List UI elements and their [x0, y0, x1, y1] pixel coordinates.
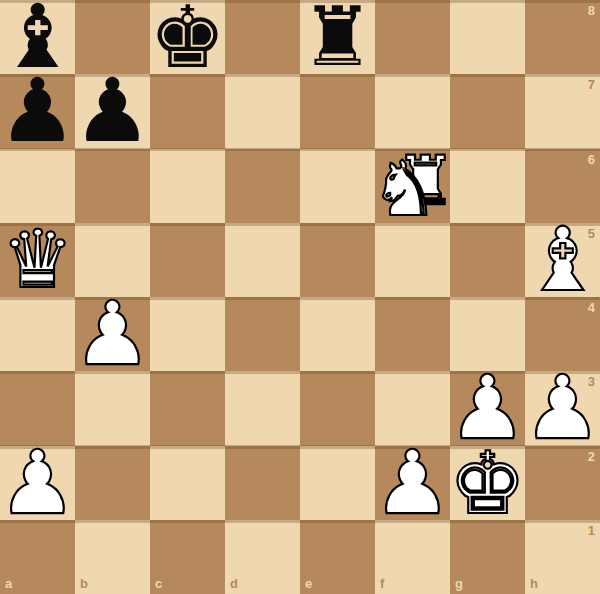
file-label-d: d	[230, 577, 238, 590]
file-label-c: c	[155, 577, 162, 590]
square-f5[interactable]	[375, 223, 450, 297]
white-pawn-piece[interactable]: ♟	[525, 371, 600, 445]
square-c5[interactable]	[150, 223, 225, 297]
square-h8[interactable]: 8	[525, 0, 600, 74]
square-b7[interactable]: ♟	[75, 74, 150, 148]
square-e7[interactable]	[300, 74, 375, 148]
square-f8[interactable]	[375, 0, 450, 74]
square-e4[interactable]	[300, 297, 375, 371]
square-h3[interactable]: 3♟	[525, 371, 600, 445]
rank-label-2: 2	[588, 450, 595, 463]
rank-label-6: 6	[588, 153, 595, 166]
square-c1[interactable]: c	[150, 520, 225, 594]
square-f6[interactable]: ♜♞	[375, 149, 450, 223]
square-c6[interactable]	[150, 149, 225, 223]
rank-label-4: 4	[588, 301, 595, 314]
square-d1[interactable]: d	[225, 520, 300, 594]
file-label-g: g	[455, 577, 463, 590]
square-g8[interactable]	[450, 0, 525, 74]
square-h1[interactable]: 1h	[525, 520, 600, 594]
square-a5[interactable]: ♛	[0, 223, 75, 297]
square-b2[interactable]	[75, 446, 150, 520]
white-pawn-piece[interactable]: ♟	[0, 446, 75, 520]
square-e5[interactable]	[300, 223, 375, 297]
file-label-h: h	[530, 577, 538, 590]
white-bishop-piece[interactable]: ♝	[525, 223, 600, 297]
square-d2[interactable]	[225, 446, 300, 520]
black-pawn-piece[interactable]: ♟	[75, 74, 150, 148]
square-e2[interactable]	[300, 446, 375, 520]
rank-label-7: 7	[588, 78, 595, 91]
square-g7[interactable]	[450, 74, 525, 148]
file-label-a: a	[5, 577, 12, 590]
white-queen-piece[interactable]: ♛	[0, 223, 75, 297]
black-rook-piece[interactable]: ♜	[300, 0, 375, 74]
square-h5[interactable]: 5♝	[525, 223, 600, 297]
square-f2[interactable]: ♟	[375, 446, 450, 520]
square-f4[interactable]	[375, 297, 450, 371]
square-b4[interactable]: ♟	[75, 297, 150, 371]
square-d6[interactable]	[225, 149, 300, 223]
rank-label-1: 1	[588, 524, 595, 537]
square-e8[interactable]: ♜	[300, 0, 375, 74]
black-pawn-piece[interactable]: ♟	[0, 74, 75, 148]
square-d8[interactable]	[225, 0, 300, 74]
square-d7[interactable]	[225, 74, 300, 148]
black-king-piece[interactable]: ♚	[150, 0, 225, 74]
square-e3[interactable]	[300, 371, 375, 445]
square-e1[interactable]: e	[300, 520, 375, 594]
chess-board: ♝♚♜8♟♟7♜♞6♛5♝♟4♟3♟♟♟♚2abcdefg1h	[0, 0, 600, 594]
white-king-piece[interactable]: ♚	[450, 446, 525, 520]
square-d3[interactable]	[225, 371, 300, 445]
square-f7[interactable]	[375, 74, 450, 148]
square-c3[interactable]	[150, 371, 225, 445]
square-c2[interactable]	[150, 446, 225, 520]
square-g2[interactable]: ♚	[450, 446, 525, 520]
file-label-f: f	[380, 577, 384, 590]
square-b1[interactable]: b	[75, 520, 150, 594]
white-pawn-piece[interactable]: ♟	[75, 297, 150, 371]
square-g5[interactable]	[450, 223, 525, 297]
square-d4[interactable]	[225, 297, 300, 371]
square-d5[interactable]	[225, 223, 300, 297]
rank-label-8: 8	[588, 4, 595, 17]
white-knight-rook-piece[interactable]: ♜♞	[375, 149, 450, 223]
knight-head-glyph: ♞	[367, 152, 442, 226]
file-label-b: b	[80, 577, 88, 590]
square-e6[interactable]	[300, 149, 375, 223]
square-h7[interactable]: 7	[525, 74, 600, 148]
white-pawn-piece[interactable]: ♟	[375, 446, 450, 520]
square-a4[interactable]	[0, 297, 75, 371]
square-a2[interactable]: ♟	[0, 446, 75, 520]
square-c8[interactable]: ♚	[150, 0, 225, 74]
square-c4[interactable]	[150, 297, 225, 371]
square-a7[interactable]: ♟	[0, 74, 75, 148]
file-label-e: e	[305, 577, 312, 590]
